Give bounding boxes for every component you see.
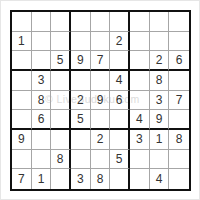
cell-r9c3[interactable] bbox=[51, 169, 71, 189]
cell-r4c6[interactable]: 4 bbox=[110, 71, 130, 91]
cell-r8c5[interactable] bbox=[91, 150, 111, 170]
cell-r8c1[interactable] bbox=[12, 150, 32, 170]
cell-r9c8[interactable]: 4 bbox=[150, 169, 170, 189]
cell-r5c5[interactable]: 9 bbox=[91, 91, 111, 111]
cell-r6c1[interactable] bbox=[12, 110, 32, 130]
cell-r3c3[interactable]: 5 bbox=[51, 51, 71, 71]
cell-r1c7[interactable] bbox=[130, 12, 150, 32]
cell-r9c5[interactable]: 8 bbox=[91, 169, 111, 189]
cell-r1c6[interactable] bbox=[110, 12, 130, 32]
cell-r7c4[interactable] bbox=[71, 130, 91, 150]
cell-r2c4[interactable] bbox=[71, 32, 91, 52]
cell-r7c7[interactable]: 3 bbox=[130, 130, 150, 150]
cell-r7c6[interactable] bbox=[110, 130, 130, 150]
cell-r3c7[interactable] bbox=[130, 51, 150, 71]
cell-r6c9[interactable] bbox=[169, 110, 189, 130]
cell-r8c6[interactable]: 5 bbox=[110, 150, 130, 170]
cell-r6c2[interactable]: 6 bbox=[32, 110, 52, 130]
cell-r2c9[interactable] bbox=[169, 32, 189, 52]
cell-r3c6[interactable] bbox=[110, 51, 130, 71]
cell-r1c5[interactable] bbox=[91, 12, 111, 32]
cell-r1c9[interactable] bbox=[169, 12, 189, 32]
cell-r4c8[interactable]: 8 bbox=[150, 71, 170, 91]
cell-r4c7[interactable] bbox=[130, 71, 150, 91]
sudoku-puzzle-image: © LiveSudoku.com 12597263488296376549923… bbox=[0, 0, 200, 200]
cell-r1c3[interactable] bbox=[51, 12, 71, 32]
cell-r2c1[interactable]: 1 bbox=[12, 32, 32, 52]
cell-r3c8[interactable]: 2 bbox=[150, 51, 170, 71]
cell-r9c7[interactable] bbox=[130, 169, 150, 189]
cell-r1c1[interactable] bbox=[12, 12, 32, 32]
cell-r6c6[interactable] bbox=[110, 110, 130, 130]
cell-r3c9[interactable]: 6 bbox=[169, 51, 189, 71]
cell-r2c8[interactable] bbox=[150, 32, 170, 52]
cell-r9c4[interactable]: 3 bbox=[71, 169, 91, 189]
sudoku-board: © LiveSudoku.com 12597263488296376549923… bbox=[10, 10, 191, 191]
cell-r9c6[interactable] bbox=[110, 169, 130, 189]
cell-r7c1[interactable]: 9 bbox=[12, 130, 32, 150]
cell-r8c8[interactable] bbox=[150, 150, 170, 170]
cell-r6c3[interactable] bbox=[51, 110, 71, 130]
cell-r9c9[interactable] bbox=[169, 169, 189, 189]
cell-r4c9[interactable] bbox=[169, 71, 189, 91]
cell-r5c8[interactable]: 3 bbox=[150, 91, 170, 111]
cell-r8c4[interactable] bbox=[71, 150, 91, 170]
cell-r8c2[interactable] bbox=[32, 150, 52, 170]
cell-r7c2[interactable] bbox=[32, 130, 52, 150]
cell-r2c2[interactable] bbox=[32, 32, 52, 52]
cell-r5c3[interactable] bbox=[51, 91, 71, 111]
cell-r9c1[interactable]: 7 bbox=[12, 169, 32, 189]
cell-r6c7[interactable]: 4 bbox=[130, 110, 150, 130]
cell-r2c5[interactable] bbox=[91, 32, 111, 52]
cell-r5c7[interactable] bbox=[130, 91, 150, 111]
cell-r3c2[interactable] bbox=[32, 51, 52, 71]
cell-r7c5[interactable]: 2 bbox=[91, 130, 111, 150]
cell-r3c4[interactable]: 9 bbox=[71, 51, 91, 71]
cell-r5c4[interactable]: 2 bbox=[71, 91, 91, 111]
cell-r1c4[interactable] bbox=[71, 12, 91, 32]
cell-r4c4[interactable] bbox=[71, 71, 91, 91]
cell-r5c2[interactable]: 8 bbox=[32, 91, 52, 111]
cell-r5c9[interactable]: 7 bbox=[169, 91, 189, 111]
cell-r1c8[interactable] bbox=[150, 12, 170, 32]
cell-r6c5[interactable] bbox=[91, 110, 111, 130]
cell-r3c5[interactable]: 7 bbox=[91, 51, 111, 71]
cell-r4c2[interactable]: 3 bbox=[32, 71, 52, 91]
cell-r5c6[interactable]: 6 bbox=[110, 91, 130, 111]
cell-r3c1[interactable] bbox=[12, 51, 32, 71]
cell-r6c4[interactable]: 5 bbox=[71, 110, 91, 130]
cell-r4c1[interactable] bbox=[12, 71, 32, 91]
cell-r2c3[interactable] bbox=[51, 32, 71, 52]
cell-r4c3[interactable] bbox=[51, 71, 71, 91]
cell-r8c9[interactable] bbox=[169, 150, 189, 170]
cell-r5c1[interactable] bbox=[12, 91, 32, 111]
cell-r7c9[interactable]: 8 bbox=[169, 130, 189, 150]
cell-r9c2[interactable]: 1 bbox=[32, 169, 52, 189]
cell-r2c6[interactable]: 2 bbox=[110, 32, 130, 52]
cell-r4c5[interactable] bbox=[91, 71, 111, 91]
cell-r8c3[interactable]: 8 bbox=[51, 150, 71, 170]
cell-r7c8[interactable]: 1 bbox=[150, 130, 170, 150]
cell-r2c7[interactable] bbox=[130, 32, 150, 52]
cell-r6c8[interactable]: 9 bbox=[150, 110, 170, 130]
cell-r1c2[interactable] bbox=[32, 12, 52, 32]
cell-r8c7[interactable] bbox=[130, 150, 150, 170]
cell-r7c3[interactable] bbox=[51, 130, 71, 150]
